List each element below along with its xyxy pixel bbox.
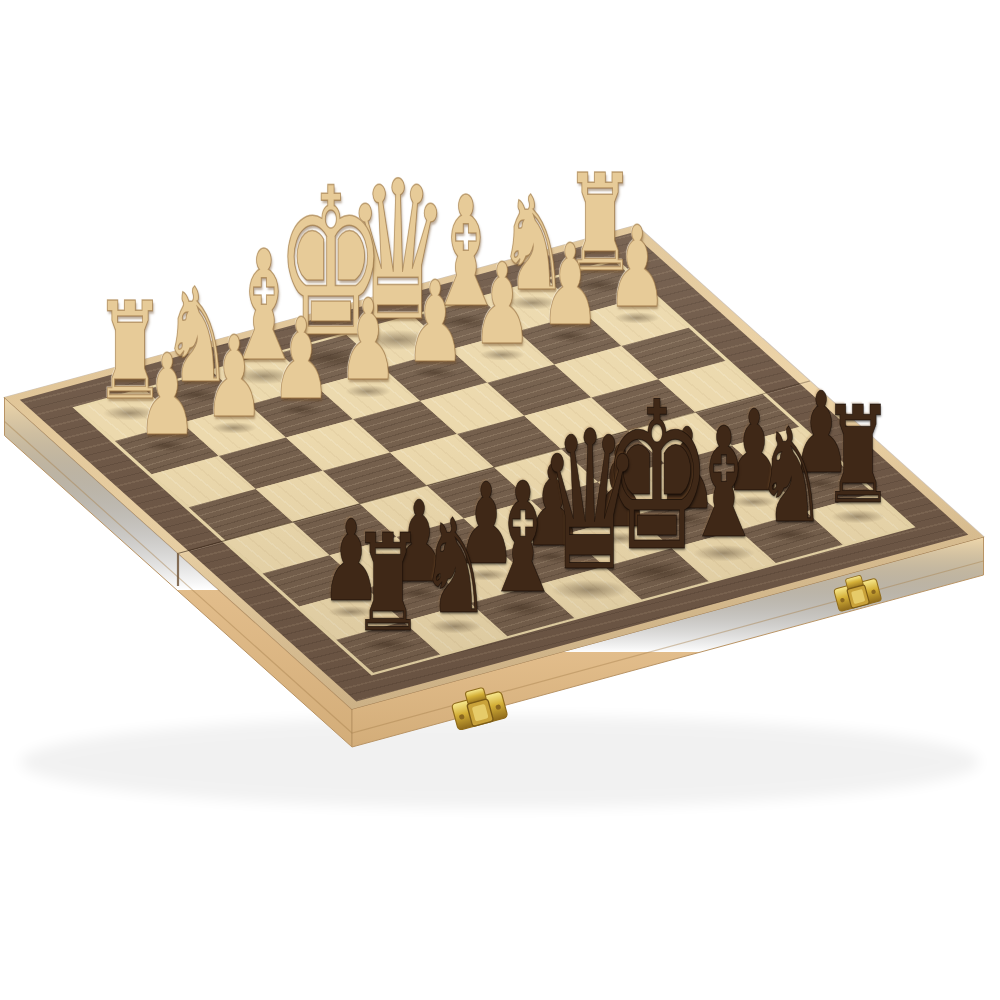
board-shadow bbox=[20, 716, 980, 808]
product-photo-scene: ♜♞♝♚♛♝♞♜♟♟♟♟♟♟♟♟♟♟♟♟♟♟♟♟♜♞♝♛♚♝♞♜ bbox=[0, 0, 1000, 1000]
